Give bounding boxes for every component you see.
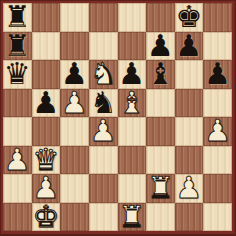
square-c1[interactable]: [60, 203, 89, 232]
piece-white-bishop-e5[interactable]: ♝: [118, 89, 145, 117]
square-c3[interactable]: [60, 146, 89, 175]
piece-white-rook-e1[interactable]: ♜: [118, 203, 145, 231]
piece-white-pawn-g2[interactable]: ♟: [176, 174, 203, 202]
square-g1[interactable]: [175, 203, 204, 232]
chess-board: ♜♚♜♟♟♛♟♞♟♝♟♟♟♞♝♟♟♟♛♟♜♟♚♜: [3, 3, 232, 231]
square-a6[interactable]: ♛: [3, 60, 32, 89]
piece-black-pawn-b5[interactable]: ♟: [32, 89, 59, 117]
square-e4[interactable]: [118, 117, 147, 146]
square-f4[interactable]: [146, 117, 175, 146]
piece-white-pawn-h4[interactable]: ♟: [204, 117, 231, 145]
square-f5[interactable]: [146, 89, 175, 118]
piece-white-pawn-d4[interactable]: ♟: [90, 117, 117, 145]
square-h1[interactable]: [203, 203, 232, 232]
square-e1[interactable]: ♜: [118, 203, 147, 232]
square-b5[interactable]: ♟: [32, 89, 61, 118]
square-a5[interactable]: [3, 89, 32, 118]
piece-black-queen-a6[interactable]: ♛: [4, 60, 31, 88]
square-h4[interactable]: ♟: [203, 117, 232, 146]
square-a3[interactable]: ♟: [3, 146, 32, 175]
square-d8[interactable]: [89, 3, 118, 32]
piece-white-king-b1[interactable]: ♚: [32, 203, 59, 231]
square-d3[interactable]: [89, 146, 118, 175]
square-d1[interactable]: [89, 203, 118, 232]
piece-white-pawn-c5[interactable]: ♟: [61, 89, 88, 117]
square-a1[interactable]: [3, 203, 32, 232]
square-d4[interactable]: ♟: [89, 117, 118, 146]
square-g7[interactable]: ♟: [175, 32, 204, 61]
square-h6[interactable]: ♟: [203, 60, 232, 89]
square-e3[interactable]: [118, 146, 147, 175]
chess-board-frame: ♜♚♜♟♟♛♟♞♟♝♟♟♟♞♝♟♟♟♛♟♜♟♚♜: [0, 0, 236, 236]
piece-white-pawn-a3[interactable]: ♟: [4, 146, 31, 174]
piece-black-pawn-g7[interactable]: ♟: [176, 32, 203, 60]
square-b1[interactable]: ♚: [32, 203, 61, 232]
piece-black-pawn-h6[interactable]: ♟: [204, 60, 231, 88]
square-b8[interactable]: [32, 3, 61, 32]
square-f2[interactable]: ♜: [146, 174, 175, 203]
square-c8[interactable]: [60, 3, 89, 32]
square-h8[interactable]: [203, 3, 232, 32]
square-f6[interactable]: ♝: [146, 60, 175, 89]
square-f1[interactable]: [146, 203, 175, 232]
square-h3[interactable]: [203, 146, 232, 175]
piece-black-bishop-f6[interactable]: ♝: [147, 60, 174, 88]
square-d2[interactable]: [89, 174, 118, 203]
square-g5[interactable]: [175, 89, 204, 118]
square-c2[interactable]: [60, 174, 89, 203]
square-g6[interactable]: [175, 60, 204, 89]
square-a2[interactable]: [3, 174, 32, 203]
square-h2[interactable]: [203, 174, 232, 203]
square-c4[interactable]: [60, 117, 89, 146]
square-g2[interactable]: ♟: [175, 174, 204, 203]
square-b7[interactable]: [32, 32, 61, 61]
square-e8[interactable]: [118, 3, 147, 32]
square-e5[interactable]: ♝: [118, 89, 147, 118]
piece-white-rook-f2[interactable]: ♜: [147, 174, 174, 202]
square-g4[interactable]: [175, 117, 204, 146]
square-c5[interactable]: ♟: [60, 89, 89, 118]
